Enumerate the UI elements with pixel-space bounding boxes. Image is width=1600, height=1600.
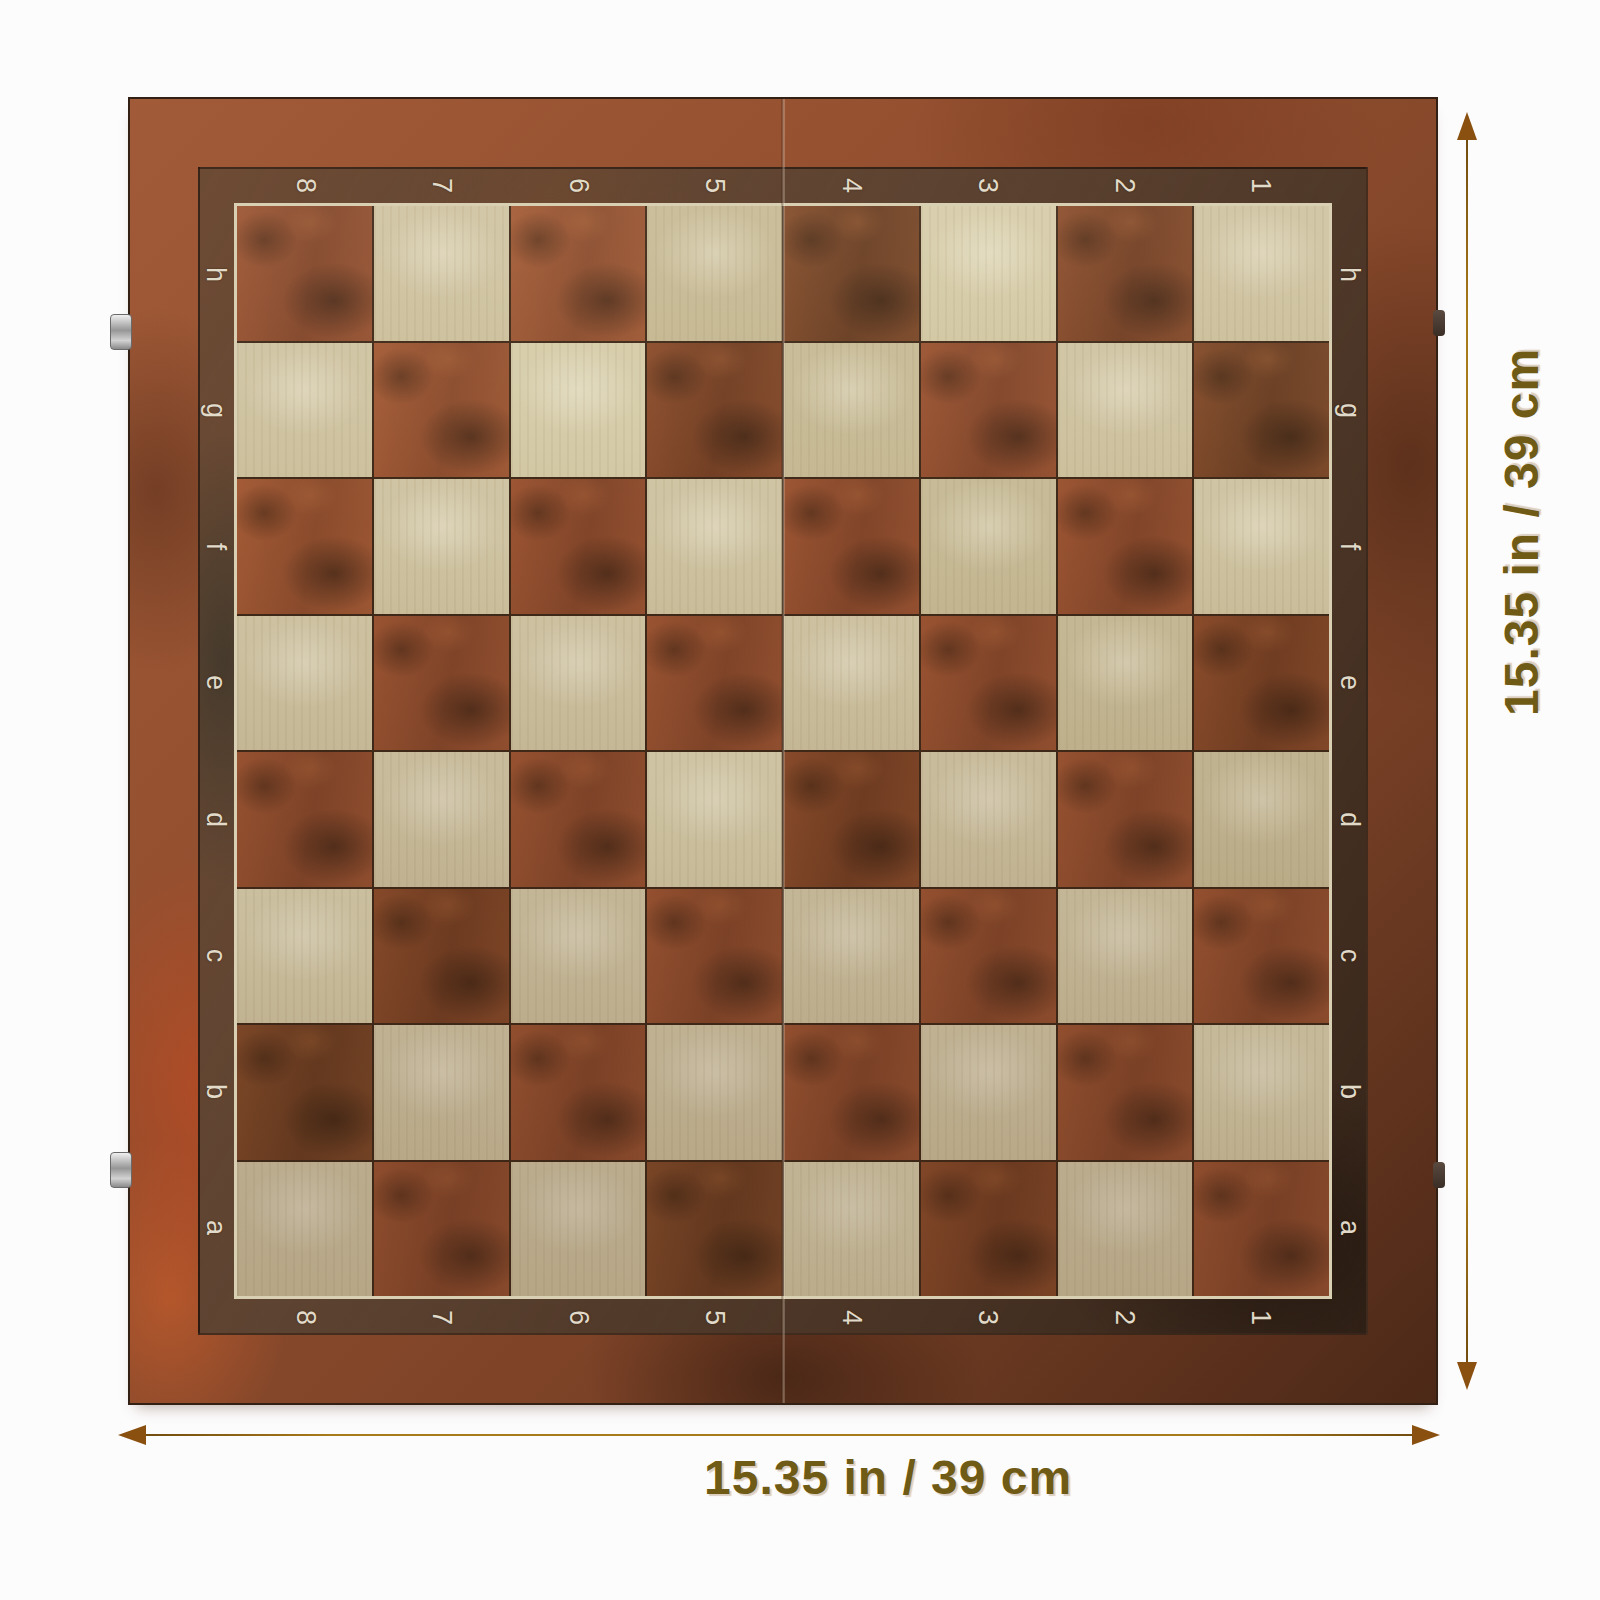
square-h6 xyxy=(511,206,646,341)
coord-label-5: 5 xyxy=(647,167,784,203)
square-c6 xyxy=(511,889,646,1024)
width-dimension: 15.35 in / 39 cm xyxy=(118,1434,1440,1436)
arrowhead-down-icon xyxy=(1457,1362,1477,1390)
left-strip: hgfedcba xyxy=(198,206,234,1296)
coord-label-1: 1 xyxy=(1193,167,1330,203)
square-d8 xyxy=(237,752,372,887)
latch-pin-icon xyxy=(1433,310,1445,336)
square-a6 xyxy=(511,1162,646,1297)
fold-line xyxy=(782,99,785,1403)
square-e3 xyxy=(921,616,1056,751)
square-h5 xyxy=(647,206,782,341)
coord-label-7: 7 xyxy=(374,1299,511,1335)
square-b2 xyxy=(1058,1025,1193,1160)
square-a1 xyxy=(1194,1162,1329,1297)
square-h8 xyxy=(237,206,372,341)
coord-label-a: a xyxy=(198,1160,234,1296)
square-a8 xyxy=(237,1162,372,1297)
square-h3 xyxy=(921,206,1056,341)
square-c2 xyxy=(1058,889,1193,1024)
arrowhead-up-icon xyxy=(1457,112,1477,140)
coord-label-6: 6 xyxy=(510,167,647,203)
coord-label-b: b xyxy=(198,1024,234,1160)
coord-label-5: 5 xyxy=(647,1299,784,1335)
coord-label-g: g xyxy=(1332,342,1368,478)
coord-label-e: e xyxy=(198,615,234,751)
square-d6 xyxy=(511,752,646,887)
square-e8 xyxy=(237,616,372,751)
right-strip: hgfedcba xyxy=(1332,206,1368,1296)
square-b1 xyxy=(1194,1025,1329,1160)
square-e6 xyxy=(511,616,646,751)
coord-label-a: a xyxy=(1332,1160,1368,1296)
square-h7 xyxy=(374,206,509,341)
square-a3 xyxy=(921,1162,1056,1297)
square-d2 xyxy=(1058,752,1193,887)
square-f5 xyxy=(647,479,782,614)
square-e4 xyxy=(784,616,919,751)
coord-label-7: 7 xyxy=(374,167,511,203)
coord-label-g: g xyxy=(198,342,234,478)
square-h1 xyxy=(1194,206,1329,341)
square-g8 xyxy=(237,343,372,478)
coord-label-c: c xyxy=(1332,887,1368,1023)
square-a4 xyxy=(784,1162,919,1297)
square-c1 xyxy=(1194,889,1329,1024)
square-a2 xyxy=(1058,1162,1193,1297)
coord-label-h: h xyxy=(198,206,234,342)
square-f7 xyxy=(374,479,509,614)
square-b7 xyxy=(374,1025,509,1160)
coord-label-3: 3 xyxy=(920,1299,1057,1335)
square-c8 xyxy=(237,889,372,1024)
square-g6 xyxy=(511,343,646,478)
square-g1 xyxy=(1194,343,1329,478)
height-dimension-label: 15.35 in / 39 cm xyxy=(1494,348,1549,716)
square-b4 xyxy=(784,1025,919,1160)
square-b5 xyxy=(647,1025,782,1160)
hinge-knob-icon xyxy=(110,314,132,350)
coord-label-8: 8 xyxy=(237,167,374,203)
square-d1 xyxy=(1194,752,1329,887)
square-f6 xyxy=(511,479,646,614)
product-photo: 87654321 87654321 hgfedcba hgfedcba 15.3… xyxy=(0,0,1600,1600)
coord-label-8: 8 xyxy=(237,1299,374,1335)
coord-label-e: e xyxy=(1332,615,1368,751)
width-arrow-line xyxy=(136,1434,1422,1436)
coord-label-b: b xyxy=(1332,1024,1368,1160)
coord-label-6: 6 xyxy=(510,1299,647,1335)
square-g4 xyxy=(784,343,919,478)
height-dimension: 15.35 in / 39 cm xyxy=(1466,112,1468,1390)
square-b3 xyxy=(921,1025,1056,1160)
square-f1 xyxy=(1194,479,1329,614)
square-a5 xyxy=(647,1162,782,1297)
coord-label-2: 2 xyxy=(1056,1299,1193,1335)
coord-label-d: d xyxy=(1332,751,1368,887)
coord-label-3: 3 xyxy=(920,167,1057,203)
square-a7 xyxy=(374,1162,509,1297)
square-c4 xyxy=(784,889,919,1024)
square-c3 xyxy=(921,889,1056,1024)
chess-board: 87654321 87654321 hgfedcba hgfedcba xyxy=(128,97,1438,1405)
square-d5 xyxy=(647,752,782,887)
coord-label-h: h xyxy=(1332,206,1368,342)
square-f2 xyxy=(1058,479,1193,614)
height-arrow-line xyxy=(1466,130,1468,1372)
arrowhead-right-icon xyxy=(1412,1425,1440,1445)
square-c7 xyxy=(374,889,509,1024)
square-e7 xyxy=(374,616,509,751)
latch-pin-icon xyxy=(1433,1162,1445,1188)
coord-label-4: 4 xyxy=(783,1299,920,1335)
square-e1 xyxy=(1194,616,1329,751)
coord-label-1: 1 xyxy=(1193,1299,1330,1335)
square-b6 xyxy=(511,1025,646,1160)
arrowhead-left-icon xyxy=(118,1425,146,1445)
square-e5 xyxy=(647,616,782,751)
square-h2 xyxy=(1058,206,1193,341)
hinge-knob-icon xyxy=(110,1152,132,1188)
square-g5 xyxy=(647,343,782,478)
coord-label-f: f xyxy=(198,479,234,615)
square-d7 xyxy=(374,752,509,887)
square-d4 xyxy=(784,752,919,887)
coord-label-f: f xyxy=(1332,479,1368,615)
coord-label-d: d xyxy=(198,751,234,887)
square-f8 xyxy=(237,479,372,614)
square-b8 xyxy=(237,1025,372,1160)
coord-label-2: 2 xyxy=(1056,167,1193,203)
square-g2 xyxy=(1058,343,1193,478)
square-d3 xyxy=(921,752,1056,887)
square-c5 xyxy=(647,889,782,1024)
coord-label-4: 4 xyxy=(783,167,920,203)
coord-label-c: c xyxy=(198,887,234,1023)
square-g3 xyxy=(921,343,1056,478)
square-e2 xyxy=(1058,616,1193,751)
square-f3 xyxy=(921,479,1056,614)
square-g7 xyxy=(374,343,509,478)
width-dimension-label: 15.35 in / 39 cm xyxy=(704,1450,1072,1505)
square-h4 xyxy=(784,206,919,341)
square-f4 xyxy=(784,479,919,614)
